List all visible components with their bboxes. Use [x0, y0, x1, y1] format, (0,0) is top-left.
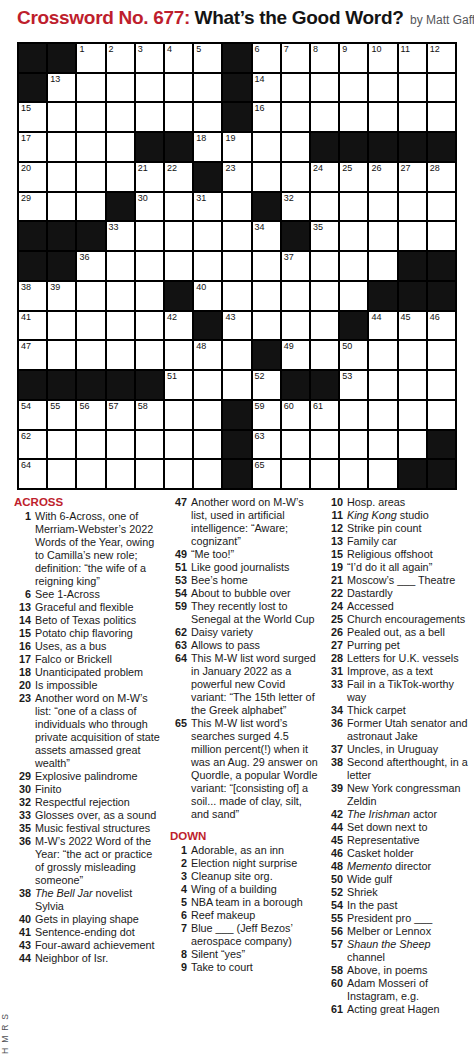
clue-number: 64 [170, 652, 191, 717]
clue-list-header: DOWN [170, 830, 320, 843]
grid-cell[interactable] [76, 311, 105, 341]
cell-number: 56 [79, 401, 89, 412]
cell-number: 62 [21, 431, 31, 442]
grid-cell[interactable] [310, 281, 339, 311]
cell-number: 50 [342, 341, 352, 352]
cell-number: 18 [196, 133, 206, 144]
grid-cell[interactable] [135, 102, 164, 132]
black-square [222, 73, 251, 103]
grid-cell[interactable] [281, 102, 310, 132]
cell-number: 17 [21, 133, 31, 144]
grid-cell[interactable] [106, 281, 135, 311]
grid-cell[interactable] [193, 251, 222, 281]
clue-number: 59 [170, 600, 191, 626]
clue-across-1: 1With 6-Across, one of Merriam-Webster’s… [14, 510, 164, 588]
grid-cell[interactable]: 50 [339, 340, 368, 370]
clue-text: Uncles, in Uruguay [347, 743, 470, 756]
clue-down-26: 26Pealed out, as a bell [326, 626, 470, 639]
grid-cell[interactable] [135, 459, 164, 489]
grid-cell[interactable]: 29 [18, 192, 47, 222]
clue-across-30: 30Finito [14, 783, 164, 796]
clue-number: 15 [326, 548, 347, 561]
black-square [427, 132, 456, 162]
clue-down-10: 10Hosp. areas [326, 496, 470, 509]
grid-cell[interactable]: 31 [193, 192, 222, 222]
grid-cell[interactable] [193, 102, 222, 132]
grid-cell[interactable] [47, 430, 76, 460]
clue-section: ACROSS1With 6-Across, one of Merriam-Web… [14, 496, 470, 1016]
grid-cell[interactable] [222, 340, 251, 370]
grid-cell[interactable]: 9 [339, 43, 368, 73]
grid-cell[interactable] [135, 221, 164, 251]
grid-cell[interactable] [76, 281, 105, 311]
grid-cell[interactable] [281, 162, 310, 192]
clue-text: They recently lost to Senegal at the Wor… [191, 600, 320, 626]
grid-cell[interactable] [252, 132, 281, 162]
grid-cell[interactable] [339, 73, 368, 103]
grid-cell[interactable]: 27 [398, 162, 427, 192]
cell-number: 3 [138, 44, 143, 55]
grid-cell[interactable]: 38 [18, 281, 47, 311]
grid-cell[interactable] [310, 311, 339, 341]
grid-cell[interactable]: 47 [18, 340, 47, 370]
grid-cell[interactable]: 52 [252, 370, 281, 400]
grid-cell[interactable] [106, 132, 135, 162]
clue-across-49: 49“Me too!” [170, 548, 320, 561]
grid-cell[interactable]: 44 [368, 311, 397, 341]
grid-cell[interactable] [281, 430, 310, 460]
clue-text: Memento director [347, 860, 470, 873]
grid-cell[interactable] [368, 73, 397, 103]
clue-number: 28 [326, 652, 347, 665]
cell-number: 33 [109, 222, 119, 233]
grid-cell[interactable]: 56 [76, 400, 105, 430]
clue-across-35: 35Music festival structures [14, 822, 164, 835]
grid-cell[interactable]: 59 [252, 400, 281, 430]
grid-cell[interactable] [76, 162, 105, 192]
grid-cell[interactable]: 26 [368, 162, 397, 192]
grid-cell[interactable]: 20 [18, 162, 47, 192]
grid-cell[interactable]: 45 [398, 311, 427, 341]
grid-cell[interactable] [106, 73, 135, 103]
black-square [339, 132, 368, 162]
grid-cell[interactable] [222, 281, 251, 311]
grid-cell[interactable] [135, 281, 164, 311]
page-title: Crossword No. 677: What’s the Good Word?… [17, 7, 472, 29]
cell-number: 20 [21, 163, 31, 174]
grid-cell[interactable]: 23 [222, 162, 251, 192]
black-square [427, 251, 456, 281]
grid-cell[interactable]: 17 [18, 132, 47, 162]
grid-cell[interactable]: 49 [281, 340, 310, 370]
cell-number: 49 [284, 341, 294, 352]
grid-cell[interactable] [193, 73, 222, 103]
grid-cell[interactable]: 35 [310, 221, 339, 251]
clue-number: 3 [170, 870, 191, 883]
cell-number: 13 [50, 74, 60, 85]
grid-cell[interactable]: 2 [106, 43, 135, 73]
grid-cell[interactable]: 12 [427, 43, 456, 73]
clue-number: 40 [14, 913, 35, 926]
grid-cell[interactable]: 43 [222, 311, 251, 341]
clue-number: 1 [170, 844, 191, 857]
grid-cell[interactable] [368, 340, 397, 370]
clue-number: 32 [14, 796, 35, 809]
grid-cell[interactable] [427, 102, 456, 132]
grid-cell[interactable]: 8 [310, 43, 339, 73]
clue-number: 7 [170, 922, 191, 948]
grid-cell[interactable] [398, 192, 427, 222]
grid-cell[interactable] [164, 251, 193, 281]
grid-cell[interactable] [398, 102, 427, 132]
grid-cell[interactable] [398, 73, 427, 103]
grid-cell[interactable] [339, 459, 368, 489]
black-square [18, 43, 47, 73]
grid-cell[interactable]: 5 [193, 43, 222, 73]
grid-cell[interactable] [222, 221, 251, 251]
grid-cell[interactable] [339, 430, 368, 460]
grid-cell[interactable]: 36 [76, 251, 105, 281]
grid-cell[interactable]: 34 [252, 221, 281, 251]
clue-text: Wing of a building [191, 883, 320, 896]
grid-cell[interactable] [368, 251, 397, 281]
clue-text: “Me too!” [191, 548, 320, 561]
grid-cell[interactable] [310, 340, 339, 370]
cell-number: 48 [196, 341, 206, 352]
grid-cell[interactable] [310, 73, 339, 103]
clue-across-13: 13Graceful and flexible [14, 601, 164, 614]
cell-number: 15 [21, 103, 31, 114]
clue-down-54: 54In the past [326, 899, 470, 912]
clue-text: Beto of Texas politics [35, 614, 164, 627]
clue-text: Adam Mosseri of Instagram, e.g. [347, 977, 470, 1003]
grid-cell[interactable]: 60 [281, 400, 310, 430]
clue-down-36: 36Former Utah senator and astronaut Jake [326, 717, 470, 743]
grid-cell[interactable] [281, 459, 310, 489]
cell-number: 45 [401, 312, 411, 323]
grid-cell[interactable]: 32 [281, 192, 310, 222]
black-square [368, 281, 397, 311]
grid-cell[interactable] [339, 400, 368, 430]
grid-cell[interactable] [76, 340, 105, 370]
cell-number: 41 [21, 312, 31, 323]
grid-cell[interactable] [106, 251, 135, 281]
clue-number: 2 [170, 857, 191, 870]
cell-number: 14 [255, 74, 265, 85]
grid-cell[interactable] [398, 430, 427, 460]
grid-cell[interactable] [164, 459, 193, 489]
grid-cell[interactable] [193, 430, 222, 460]
grid-cell[interactable] [398, 340, 427, 370]
grid-cell[interactable]: 39 [47, 281, 76, 311]
clue-number: 11 [326, 509, 347, 522]
black-square [18, 251, 47, 281]
grid-cell[interactable] [164, 102, 193, 132]
clue-across-51: 51Like good journalists [170, 561, 320, 574]
grid-cell[interactable] [106, 162, 135, 192]
clue-number: 62 [170, 626, 191, 639]
grid-cell[interactable]: 37 [281, 251, 310, 281]
grid-cell[interactable] [164, 400, 193, 430]
grid-cell[interactable] [427, 340, 456, 370]
grid-cell[interactable] [368, 400, 397, 430]
grid-cell[interactable] [47, 192, 76, 222]
clue-text: Dastardly [347, 587, 470, 600]
grid-cell[interactable] [427, 73, 456, 103]
grid-cell[interactable]: 51 [164, 370, 193, 400]
grid-cell[interactable]: 24 [310, 162, 339, 192]
clue-down-25: 25Church encouragements [326, 613, 470, 626]
grid-cell[interactable] [47, 102, 76, 132]
grid-cell[interactable] [398, 221, 427, 251]
clue-number: 27 [326, 639, 347, 652]
clue-across-62: 62Daisy variety [170, 626, 320, 639]
grid-cell[interactable]: 58 [135, 400, 164, 430]
clue-text: Music festival structures [35, 822, 164, 835]
clue-number: 21 [326, 574, 347, 587]
grid-cell[interactable] [252, 281, 281, 311]
grid-cell[interactable]: 33 [106, 221, 135, 251]
grid-cell[interactable] [164, 340, 193, 370]
grid-cell[interactable]: 19 [222, 132, 251, 162]
grid-cell[interactable]: 30 [135, 192, 164, 222]
clue-number: 56 [326, 925, 347, 938]
clue-across-41: 41Sentence-ending dot [14, 926, 164, 939]
black-square [222, 400, 251, 430]
clue-text: Adorable, as an inn [191, 844, 320, 857]
clue-text: Finito [35, 783, 164, 796]
grid-cell[interactable]: 48 [193, 340, 222, 370]
grid-cell[interactable] [135, 340, 164, 370]
grid-cell[interactable] [368, 370, 397, 400]
grid-cell[interactable]: 7 [281, 43, 310, 73]
clue-number: 19 [326, 561, 347, 574]
grid-cell[interactable] [106, 459, 135, 489]
grid-cell[interactable] [76, 132, 105, 162]
grid-cell[interactable] [368, 430, 397, 460]
grid-cell[interactable] [76, 102, 105, 132]
cell-number: 54 [21, 401, 31, 412]
grid-cell[interactable]: 42 [164, 311, 193, 341]
grid-cell[interactable]: 4 [164, 43, 193, 73]
grid-cell[interactable] [427, 370, 456, 400]
grid-cell[interactable]: 61 [310, 400, 339, 430]
cell-number: 6 [255, 44, 260, 55]
grid-cell[interactable] [281, 281, 310, 311]
grid-cell[interactable]: 13 [47, 73, 76, 103]
grid-cell[interactable] [281, 73, 310, 103]
grid-cell[interactable] [222, 192, 251, 222]
grid-cell[interactable]: 14 [252, 73, 281, 103]
grid-cell[interactable] [281, 311, 310, 341]
grid-cell[interactable] [310, 430, 339, 460]
cell-number: 32 [284, 193, 294, 204]
grid-cell[interactable]: 40 [193, 281, 222, 311]
grid-cell[interactable] [368, 192, 397, 222]
grid-cell[interactable] [47, 311, 76, 341]
clue-number: 13 [14, 601, 35, 614]
clue-text: The Bell Jar novelist Sylvia [35, 887, 164, 913]
clue-text: NBA team in a borough [191, 896, 320, 909]
clue-text: Above, in poems [347, 964, 470, 977]
cell-number: 58 [138, 401, 148, 412]
grid-cell[interactable] [310, 459, 339, 489]
grid-cell[interactable] [310, 102, 339, 132]
grid-cell[interactable] [135, 251, 164, 281]
cell-number: 29 [21, 193, 31, 204]
grid-cell[interactable] [281, 132, 310, 162]
grid-cell[interactable] [193, 370, 222, 400]
grid-cell[interactable]: 18 [193, 132, 222, 162]
clue-text: Glosses over, as a sound [35, 809, 164, 822]
clue-across-40: 40Gets in playing shape [14, 913, 164, 926]
clue-text: King Kong studio [347, 509, 470, 522]
grid-cell[interactable] [76, 459, 105, 489]
grid-cell[interactable] [164, 221, 193, 251]
grid-cell[interactable] [368, 221, 397, 251]
grid-cell[interactable]: 46 [427, 311, 456, 341]
grid-cell[interactable] [222, 370, 251, 400]
grid-cell[interactable] [193, 400, 222, 430]
grid-cell[interactable] [164, 192, 193, 222]
clue-text: Second afterthought, in a letter [347, 756, 470, 782]
black-square [135, 132, 164, 162]
grid-cell[interactable] [310, 192, 339, 222]
grid-cell[interactable] [135, 311, 164, 341]
grid-cell[interactable] [427, 192, 456, 222]
grid-cell[interactable]: 22 [164, 162, 193, 192]
black-square [193, 311, 222, 341]
grid-cell[interactable]: 57 [106, 400, 135, 430]
grid-cell[interactable] [427, 400, 456, 430]
cell-number: 52 [255, 371, 265, 382]
clue-text: Daisy variety [191, 626, 320, 639]
clue-text: President pro ___ [347, 912, 470, 925]
grid-cell[interactable] [310, 251, 339, 281]
clue-number: 37 [326, 743, 347, 756]
grid-cell[interactable] [339, 281, 368, 311]
grid-cell[interactable] [76, 73, 105, 103]
grid-cell[interactable] [76, 192, 105, 222]
black-square [222, 43, 251, 73]
black-square [222, 459, 251, 489]
grid-cell[interactable]: 54 [18, 400, 47, 430]
grid-cell[interactable]: 55 [47, 400, 76, 430]
crossword-grid: 1234567891011121314151617181920212223242… [17, 42, 457, 490]
cell-number: 38 [21, 282, 31, 293]
grid-cell[interactable]: 21 [135, 162, 164, 192]
grid-cell[interactable]: 25 [339, 162, 368, 192]
cell-number: 7 [284, 44, 289, 55]
cell-number: 5 [196, 44, 201, 55]
grid-cell[interactable] [135, 430, 164, 460]
grid-cell[interactable] [106, 430, 135, 460]
clue-number: 61 [326, 1003, 347, 1016]
grid-cell[interactable] [398, 400, 427, 430]
grid-cell[interactable] [47, 340, 76, 370]
clue-text: Graceful and flexible [35, 601, 164, 614]
grid-cell[interactable] [47, 459, 76, 489]
black-square [47, 251, 76, 281]
clue-list-header: ACROSS [14, 496, 164, 509]
grid-cell[interactable]: 11 [398, 43, 427, 73]
grid-cell[interactable] [193, 459, 222, 489]
grid-cell[interactable] [339, 102, 368, 132]
grid-cell[interactable]: 6 [252, 43, 281, 73]
grid-cell[interactable] [106, 340, 135, 370]
clue-number: 38 [326, 756, 347, 782]
black-square [47, 370, 76, 400]
grid-cell[interactable] [252, 162, 281, 192]
cell-number: 43 [225, 312, 235, 323]
grid-cell[interactable] [106, 311, 135, 341]
clue-text: Acting great Hagen [347, 1003, 470, 1016]
cell-number: 26 [371, 163, 381, 174]
clue-across-32: 32Respectful rejection [14, 796, 164, 809]
grid-cell[interactable] [164, 430, 193, 460]
cell-number: 9 [342, 44, 347, 55]
clue-number: 6 [14, 588, 35, 601]
grid-cell[interactable] [193, 221, 222, 251]
grid-cell[interactable] [339, 251, 368, 281]
grid-cell[interactable] [47, 132, 76, 162]
cell-number: 2 [109, 44, 114, 55]
grid-cell[interactable]: 28 [427, 162, 456, 192]
grid-cell[interactable]: 41 [18, 311, 47, 341]
clue-text: Is impossible [35, 679, 164, 692]
grid-cell[interactable] [427, 221, 456, 251]
grid-cell[interactable] [368, 102, 397, 132]
grid-cell[interactable] [76, 430, 105, 460]
grid-cell[interactable] [252, 311, 281, 341]
grid-cell[interactable] [252, 251, 281, 281]
clue-number: 47 [170, 496, 191, 548]
clue-column-1: ACROSS1With 6-Across, one of Merriam-Web… [14, 496, 164, 1016]
black-square [222, 102, 251, 132]
grid-cell[interactable]: 3 [135, 43, 164, 73]
grid-cell[interactable]: 10 [368, 43, 397, 73]
clue-text: Shriek [347, 886, 470, 899]
black-square [135, 370, 164, 400]
grid-cell[interactable] [368, 459, 397, 489]
grid-cell[interactable] [339, 221, 368, 251]
grid-cell[interactable] [339, 192, 368, 222]
grid-cell[interactable]: 63 [252, 430, 281, 460]
grid-cell[interactable] [135, 73, 164, 103]
cell-number: 40 [196, 282, 206, 293]
black-square [164, 281, 193, 311]
grid-cell[interactable] [398, 370, 427, 400]
clue-number: 55 [326, 912, 347, 925]
grid-cell[interactable]: 65 [252, 459, 281, 489]
grid-cell[interactable]: 16 [252, 102, 281, 132]
clue-across-36: 36M-W’s 2022 Word of the Year: “the act … [14, 835, 164, 887]
cell-number: 11 [401, 44, 410, 55]
cell-number: 36 [79, 252, 89, 263]
clue-number: 20 [14, 679, 35, 692]
grid-cell[interactable]: 15 [18, 102, 47, 132]
grid-cell[interactable]: 64 [18, 459, 47, 489]
grid-cell[interactable]: 62 [18, 430, 47, 460]
grid-cell[interactable] [106, 102, 135, 132]
grid-cell[interactable]: 1 [76, 43, 105, 73]
grid-cell[interactable] [222, 251, 251, 281]
cell-number: 27 [401, 163, 411, 174]
grid-cell[interactable]: 53 [339, 370, 368, 400]
grid-cell[interactable] [47, 162, 76, 192]
grid-cell[interactable] [164, 73, 193, 103]
cell-number: 46 [430, 312, 440, 323]
